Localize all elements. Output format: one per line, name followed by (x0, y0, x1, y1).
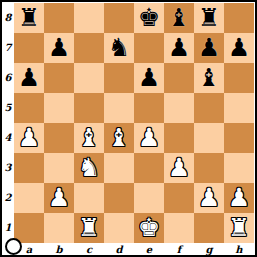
piece-black-rook[interactable]: ♜ (198, 3, 220, 33)
piece-white-rook[interactable]: ♜ (78, 213, 100, 243)
square-b7[interactable]: ♟ (44, 33, 74, 63)
piece-black-pawn[interactable]: ♟ (48, 33, 70, 63)
square-f4[interactable] (164, 123, 194, 153)
square-b4[interactable] (44, 123, 74, 153)
square-g6[interactable]: ♝ (194, 63, 224, 93)
square-a7[interactable] (14, 33, 44, 63)
rank-label-6: 6 (2, 63, 14, 93)
square-d4[interactable]: ♝ (104, 123, 134, 153)
piece-black-bishop[interactable]: ♝ (198, 63, 220, 93)
piece-white-king[interactable]: ♚ (138, 213, 160, 243)
square-f6[interactable] (164, 63, 194, 93)
square-f7[interactable]: ♟ (164, 33, 194, 63)
rank-label-3: 3 (2, 153, 14, 183)
square-e5[interactable] (134, 93, 164, 123)
square-b6[interactable] (44, 63, 74, 93)
square-b8[interactable] (44, 3, 74, 33)
file-label-d: d (104, 243, 134, 256)
square-d3[interactable] (104, 153, 134, 183)
piece-black-pawn[interactable]: ♟ (138, 63, 160, 93)
square-h7[interactable]: ♟ (224, 33, 254, 63)
piece-black-pawn[interactable]: ♟ (198, 33, 220, 63)
chess-board: ♜♚♝♜♟♞♟♟♟♟♟♝♟♝♝♟♞♟♟♟♟♜♚♜ (14, 3, 254, 243)
rank-label-2: 2 (2, 183, 14, 213)
piece-white-knight[interactable]: ♞ (78, 153, 100, 183)
square-f3[interactable]: ♟ (164, 153, 194, 183)
square-b1[interactable] (44, 213, 74, 243)
square-g3[interactable] (194, 153, 224, 183)
square-d5[interactable] (104, 93, 134, 123)
piece-white-pawn[interactable]: ♟ (48, 183, 70, 213)
square-f8[interactable]: ♝ (164, 3, 194, 33)
square-e2[interactable] (134, 183, 164, 213)
square-a5[interactable] (14, 93, 44, 123)
piece-white-pawn[interactable]: ♟ (18, 123, 40, 153)
piece-white-pawn[interactable]: ♟ (228, 183, 250, 213)
piece-black-king[interactable]: ♚ (138, 3, 160, 33)
piece-white-rook[interactable]: ♜ (228, 213, 250, 243)
square-e8[interactable]: ♚ (134, 3, 164, 33)
file-label-g: g (194, 243, 224, 256)
square-e4[interactable]: ♟ (134, 123, 164, 153)
rank-label-4: 4 (2, 123, 14, 153)
square-c6[interactable] (74, 63, 104, 93)
rank-label-8: 8 (2, 3, 14, 33)
square-c2[interactable] (74, 183, 104, 213)
piece-white-pawn[interactable]: ♟ (138, 123, 160, 153)
square-f2[interactable] (164, 183, 194, 213)
file-label-f: f (164, 243, 194, 256)
square-g4[interactable] (194, 123, 224, 153)
rank-label-5: 5 (2, 93, 14, 123)
square-c1[interactable]: ♜ (74, 213, 104, 243)
square-e6[interactable]: ♟ (134, 63, 164, 93)
square-h3[interactable] (224, 153, 254, 183)
square-c3[interactable]: ♞ (74, 153, 104, 183)
piece-white-bishop[interactable]: ♝ (78, 123, 100, 153)
rank-labels: 87654321 (2, 3, 14, 243)
piece-white-pawn[interactable]: ♟ (168, 153, 190, 183)
square-c8[interactable] (74, 3, 104, 33)
piece-white-bishop[interactable]: ♝ (108, 123, 130, 153)
square-g1[interactable] (194, 213, 224, 243)
square-c7[interactable] (74, 33, 104, 63)
square-g2[interactable]: ♟ (194, 183, 224, 213)
square-f1[interactable] (164, 213, 194, 243)
square-c4[interactable]: ♝ (74, 123, 104, 153)
rank-label-7: 7 (2, 33, 14, 63)
square-e3[interactable] (134, 153, 164, 183)
square-d7[interactable]: ♞ (104, 33, 134, 63)
square-e7[interactable] (134, 33, 164, 63)
square-f5[interactable] (164, 93, 194, 123)
square-a8[interactable]: ♜ (14, 3, 44, 33)
piece-white-pawn[interactable]: ♟ (198, 183, 220, 213)
piece-black-pawn[interactable]: ♟ (18, 63, 40, 93)
piece-black-knight[interactable]: ♞ (108, 33, 130, 63)
piece-black-rook[interactable]: ♜ (18, 3, 40, 33)
square-d2[interactable] (104, 183, 134, 213)
square-g7[interactable]: ♟ (194, 33, 224, 63)
file-label-c: c (74, 243, 104, 256)
square-d1[interactable] (104, 213, 134, 243)
square-b3[interactable] (44, 153, 74, 183)
square-d8[interactable] (104, 3, 134, 33)
square-g5[interactable] (194, 93, 224, 123)
square-h4[interactable] (224, 123, 254, 153)
square-b2[interactable]: ♟ (44, 183, 74, 213)
square-a1[interactable] (14, 213, 44, 243)
square-d6[interactable] (104, 63, 134, 93)
square-h8[interactable] (224, 3, 254, 33)
file-label-h: h (224, 243, 254, 256)
square-h2[interactable]: ♟ (224, 183, 254, 213)
piece-black-bishop[interactable]: ♝ (168, 3, 190, 33)
file-labels: abcdefgh (14, 243, 254, 256)
file-label-e: e (134, 243, 164, 256)
square-e1[interactable]: ♚ (134, 213, 164, 243)
side-to-move-indicator (5, 238, 22, 255)
square-a2[interactable] (14, 183, 44, 213)
square-a3[interactable] (14, 153, 44, 183)
square-a6[interactable]: ♟ (14, 63, 44, 93)
square-h5[interactable] (224, 93, 254, 123)
chess-diagram: ♜♚♝♜♟♞♟♟♟♟♟♝♟♝♝♟♞♟♟♟♟♜♚♜ 87654321 abcdef… (0, 0, 257, 257)
square-h1[interactable]: ♜ (224, 213, 254, 243)
piece-black-pawn[interactable]: ♟ (228, 33, 250, 63)
square-h6[interactable] (224, 63, 254, 93)
square-g8[interactable]: ♜ (194, 3, 224, 33)
square-c5[interactable] (74, 93, 104, 123)
file-label-b: b (44, 243, 74, 256)
piece-black-pawn[interactable]: ♟ (168, 33, 190, 63)
square-b5[interactable] (44, 93, 74, 123)
square-a4[interactable]: ♟ (14, 123, 44, 153)
